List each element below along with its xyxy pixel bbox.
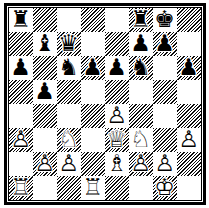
knight-glyph-outline: ♘ [129, 128, 153, 151]
black-pawn-piece: ♟ [153, 32, 177, 56]
pawn-glyph-fill: ♟ [9, 56, 33, 79]
square-b5[interactable]: ♟ [33, 80, 57, 104]
square-b2[interactable]: ♟♙ [33, 152, 57, 176]
square-f7[interactable]: ♟ [129, 32, 153, 56]
square-g2[interactable]: ♟♙ [153, 152, 177, 176]
square-a6[interactable]: ♟ [9, 56, 33, 80]
white-pawn-piece: ♟♙ [57, 152, 81, 176]
bishop-glyph-outline: ♗ [105, 152, 129, 175]
square-f6[interactable]: ♞ [129, 56, 153, 80]
square-h1[interactable] [177, 176, 201, 200]
white-king-piece: ♚♔ [153, 176, 177, 200]
square-f4[interactable] [129, 104, 153, 128]
pawn-glyph-fill: ♟ [33, 80, 57, 103]
square-b3[interactable] [33, 128, 57, 152]
square-a8[interactable]: ♜ [9, 8, 33, 32]
square-a2[interactable] [9, 152, 33, 176]
square-e5[interactable] [105, 80, 129, 104]
square-e1[interactable] [105, 176, 129, 200]
black-knight-piece: ♞ [129, 56, 153, 80]
black-pawn-piece: ♟ [81, 56, 105, 80]
white-rook-piece: ♜♖ [81, 176, 105, 200]
knight-glyph-outline: ♘ [57, 128, 81, 151]
black-pawn-piece: ♟ [9, 56, 33, 80]
knight-glyph-fill: ♞ [129, 56, 153, 79]
square-h3[interactable]: ♟♙ [177, 128, 201, 152]
square-c4[interactable] [57, 104, 81, 128]
pawn-glyph-outline: ♙ [177, 128, 201, 151]
black-rook-piece: ♜ [9, 8, 33, 32]
square-b4[interactable] [33, 104, 57, 128]
white-pawn-piece: ♟♙ [9, 128, 33, 152]
queen-glyph-outline: ♕ [105, 128, 129, 151]
white-pawn-piece: ♟♙ [177, 128, 201, 152]
square-g1[interactable]: ♚♔ [153, 176, 177, 200]
square-a3[interactable]: ♟♙ [9, 128, 33, 152]
pawn-glyph-outline: ♙ [9, 128, 33, 151]
black-bishop-piece: ♝ [33, 32, 57, 56]
square-b1[interactable] [33, 176, 57, 200]
square-g8[interactable]: ♚ [153, 8, 177, 32]
square-d2[interactable] [81, 152, 105, 176]
white-pawn-piece: ♟♙ [153, 152, 177, 176]
square-f8[interactable]: ♜ [129, 8, 153, 32]
black-rook-piece: ♜ [129, 8, 153, 32]
pawn-glyph-fill: ♟ [153, 32, 177, 55]
square-f5[interactable] [129, 80, 153, 104]
king-glyph-fill: ♚ [153, 8, 177, 31]
square-h2[interactable] [177, 152, 201, 176]
white-bishop-piece: ♝♗ [105, 152, 129, 176]
black-pawn-piece: ♟ [177, 56, 201, 80]
king-glyph-outline: ♔ [153, 176, 177, 199]
queen-glyph-fill: ♛ [57, 32, 81, 55]
white-rook-piece: ♜♖ [9, 176, 33, 200]
square-c1[interactable] [57, 176, 81, 200]
pawn-glyph-outline: ♙ [105, 104, 129, 127]
square-c3[interactable]: ♞♘ [57, 128, 81, 152]
square-a1[interactable]: ♜♖ [9, 176, 33, 200]
square-c7[interactable]: ♛ [57, 32, 81, 56]
chess-board: ♜♜♚♝♛♟♟♟♞♟♟♞♟♟♟♙♟♙♞♘♛♕♞♘♟♙♟♙♟♙♝♗♟♙♟♙♜♖♜♖… [8, 7, 202, 201]
white-knight-piece: ♞♘ [57, 128, 81, 152]
square-e4[interactable]: ♟♙ [105, 104, 129, 128]
black-knight-piece: ♞ [57, 56, 81, 80]
square-b7[interactable]: ♝ [33, 32, 57, 56]
white-pawn-piece: ♟♙ [33, 152, 57, 176]
square-h5[interactable] [177, 80, 201, 104]
diagram-canvas: ♜♜♚♝♛♟♟♟♞♟♟♞♟♟♟♙♟♙♞♘♛♕♞♘♟♙♟♙♟♙♝♗♟♙♟♙♜♖♜♖… [0, 0, 209, 208]
square-b6[interactable] [33, 56, 57, 80]
square-h4[interactable] [177, 104, 201, 128]
square-b8[interactable] [33, 8, 57, 32]
square-d7[interactable] [81, 32, 105, 56]
square-d1[interactable]: ♜♖ [81, 176, 105, 200]
square-a7[interactable] [9, 32, 33, 56]
white-pawn-piece: ♟♙ [105, 104, 129, 128]
board-frame: ♜♜♚♝♛♟♟♟♞♟♟♞♟♟♟♙♟♙♞♘♛♕♞♘♟♙♟♙♟♙♝♗♟♙♟♙♜♖♜♖… [4, 3, 206, 205]
pawn-glyph-outline: ♙ [153, 152, 177, 175]
white-knight-piece: ♞♘ [129, 128, 153, 152]
rook-glyph-outline: ♖ [81, 176, 105, 199]
pawn-glyph-outline: ♙ [33, 152, 57, 175]
white-pawn-piece: ♟♙ [129, 152, 153, 176]
square-c6[interactable]: ♞ [57, 56, 81, 80]
square-g4[interactable] [153, 104, 177, 128]
square-h8[interactable] [177, 8, 201, 32]
square-f1[interactable] [129, 176, 153, 200]
square-e7[interactable] [105, 32, 129, 56]
square-d3[interactable] [81, 128, 105, 152]
black-pawn-piece: ♟ [129, 32, 153, 56]
square-a4[interactable] [9, 104, 33, 128]
square-d5[interactable] [81, 80, 105, 104]
knight-glyph-fill: ♞ [57, 56, 81, 79]
square-g7[interactable]: ♟ [153, 32, 177, 56]
rook-glyph-fill: ♜ [129, 8, 153, 31]
square-e3[interactable]: ♛♕ [105, 128, 129, 152]
square-f2[interactable]: ♟♙ [129, 152, 153, 176]
square-c2[interactable]: ♟♙ [57, 152, 81, 176]
square-h6[interactable]: ♟ [177, 56, 201, 80]
pawn-glyph-outline: ♙ [57, 152, 81, 175]
square-h7[interactable] [177, 32, 201, 56]
white-queen-piece: ♛♕ [105, 128, 129, 152]
square-d8[interactable] [81, 8, 105, 32]
bishop-glyph-fill: ♝ [33, 32, 57, 55]
square-f3[interactable]: ♞♘ [129, 128, 153, 152]
square-d4[interactable] [81, 104, 105, 128]
pawn-glyph-fill: ♟ [105, 56, 129, 79]
pawn-glyph-outline: ♙ [129, 152, 153, 175]
rook-glyph-outline: ♖ [9, 176, 33, 199]
square-c5[interactable] [57, 80, 81, 104]
square-e8[interactable] [105, 8, 129, 32]
rook-glyph-fill: ♜ [9, 8, 33, 31]
square-e2[interactable]: ♝♗ [105, 152, 129, 176]
square-d6[interactable]: ♟ [81, 56, 105, 80]
black-king-piece: ♚ [153, 8, 177, 32]
pawn-glyph-fill: ♟ [81, 56, 105, 79]
square-c8[interactable] [57, 8, 81, 32]
square-a5[interactable] [9, 80, 33, 104]
black-pawn-piece: ♟ [33, 80, 57, 104]
square-g5[interactable] [153, 80, 177, 104]
pawn-glyph-fill: ♟ [177, 56, 201, 79]
square-e6[interactable]: ♟ [105, 56, 129, 80]
black-queen-piece: ♛ [57, 32, 81, 56]
square-g3[interactable] [153, 128, 177, 152]
pawn-glyph-fill: ♟ [129, 32, 153, 55]
black-pawn-piece: ♟ [105, 56, 129, 80]
square-g6[interactable] [153, 56, 177, 80]
